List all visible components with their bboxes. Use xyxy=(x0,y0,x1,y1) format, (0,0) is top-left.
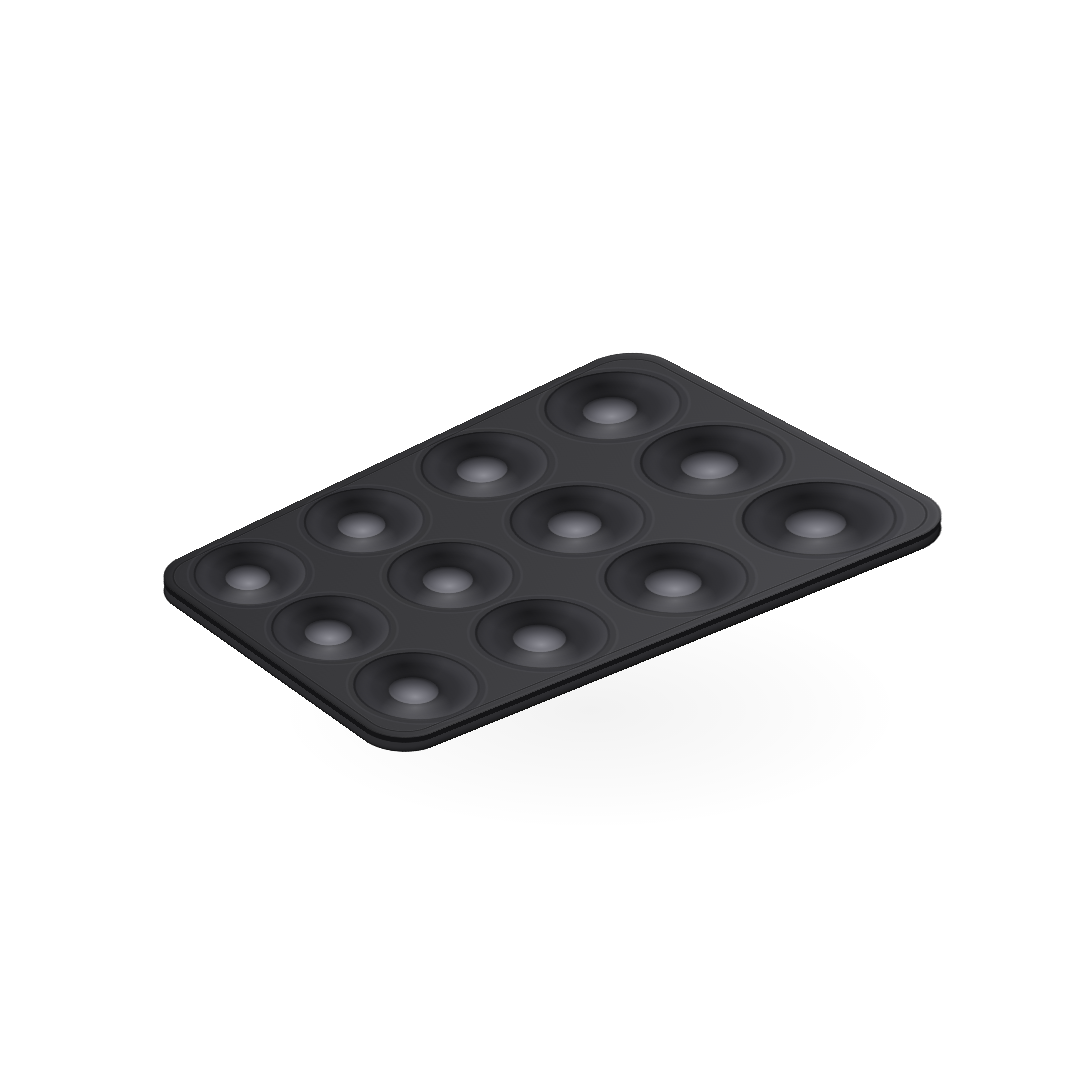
donut-center-post xyxy=(502,619,577,658)
donut-center-post xyxy=(216,560,279,595)
donut-center-post xyxy=(413,561,484,598)
donut-center-post xyxy=(669,445,750,485)
donut-center-post xyxy=(295,614,361,650)
product-photo-canvas xyxy=(0,0,1080,1080)
donut-center-post xyxy=(379,672,449,710)
pan-scene xyxy=(0,0,1080,1080)
donut-center-post xyxy=(446,451,517,488)
donut-center-post xyxy=(634,563,714,603)
donut-center-post xyxy=(537,505,613,543)
donut-center-post xyxy=(572,391,648,429)
donut-center-post xyxy=(773,503,859,544)
donut-center-post xyxy=(328,507,395,543)
